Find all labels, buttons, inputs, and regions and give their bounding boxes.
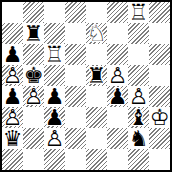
white-rook: ♜♖ (128, 2, 149, 23)
square-f3[interactable] (107, 107, 128, 128)
black-pawn: ♟♟ (2, 86, 23, 107)
piece-glyph: ♙ (128, 86, 149, 107)
square-e7[interactable]: ♞♘ (86, 23, 107, 44)
piece-halo: ♞ (86, 23, 107, 44)
square-a7[interactable] (2, 23, 23, 44)
square-c3[interactable]: ♟♟ (44, 107, 65, 128)
square-a1[interactable] (2, 149, 23, 170)
square-g1[interactable] (128, 149, 149, 170)
black-rook: ♜♜ (23, 23, 44, 44)
square-e8[interactable] (86, 2, 107, 23)
white-pawn: ♟♙ (44, 128, 65, 149)
square-f7[interactable] (107, 23, 128, 44)
square-g4[interactable]: ♟♙ (128, 86, 149, 107)
piece-glyph: ♜ (23, 23, 44, 44)
square-b2[interactable] (23, 128, 44, 149)
square-h4[interactable] (149, 86, 170, 107)
square-d4[interactable] (65, 86, 86, 107)
piece-glyph: ♖ (128, 2, 149, 23)
piece-glyph: ♖ (44, 44, 65, 65)
square-g6[interactable] (128, 44, 149, 65)
square-g8[interactable]: ♜♖ (128, 2, 149, 23)
square-f1[interactable] (107, 149, 128, 170)
piece-glyph: ♙ (107, 65, 128, 86)
piece-halo: ♟ (44, 128, 65, 149)
square-d8[interactable] (65, 2, 86, 23)
piece-glyph: ♟ (2, 86, 23, 107)
square-e1[interactable] (86, 149, 107, 170)
white-pawn: ♟♙ (128, 86, 149, 107)
piece-halo: ♟ (2, 86, 23, 107)
piece-glyph: ♞ (128, 128, 149, 149)
square-g2[interactable]: ♞♞ (128, 128, 149, 149)
square-h7[interactable] (149, 23, 170, 44)
piece-halo: ♜ (128, 2, 149, 23)
piece-glyph: ♝ (128, 107, 149, 128)
white-pawn: ♟♙ (2, 65, 23, 86)
piece-halo: ♟ (44, 86, 65, 107)
piece-halo: ♟ (107, 65, 128, 86)
piece-glyph: ♔ (149, 107, 170, 128)
square-a3[interactable]: ♟♙ (2, 107, 23, 128)
square-e6[interactable] (86, 44, 107, 65)
black-queen: ♛♛ (2, 128, 23, 149)
piece-halo: ♚ (23, 65, 44, 86)
square-d6[interactable] (65, 44, 86, 65)
square-d7[interactable] (65, 23, 86, 44)
square-c6[interactable]: ♜♖ (44, 44, 65, 65)
black-pawn: ♟♟ (44, 107, 65, 128)
piece-halo: ♟ (44, 107, 65, 128)
square-f5[interactable]: ♟♙ (107, 65, 128, 86)
square-c4[interactable]: ♟♟ (44, 86, 65, 107)
piece-halo: ♟ (107, 86, 128, 107)
piece-halo: ♟ (2, 107, 23, 128)
square-g7[interactable] (128, 23, 149, 44)
square-e4[interactable] (86, 86, 107, 107)
square-e5[interactable]: ♜♜ (86, 65, 107, 86)
piece-halo: ♟ (2, 44, 23, 65)
square-b8[interactable] (23, 2, 44, 23)
white-king: ♚♔ (149, 107, 170, 128)
square-h8[interactable] (149, 2, 170, 23)
chess-board: ♜♖♜♜♞♘♟♟♜♖♟♙♚♚♜♜♟♙♟♟♟♙♟♟♟♟♟♙♟♙♟♟♝♝♚♔♛♛♟♙… (0, 0, 172, 172)
piece-glyph: ♙ (2, 65, 23, 86)
square-g3[interactable]: ♝♝ (128, 107, 149, 128)
square-h5[interactable] (149, 65, 170, 86)
square-c1[interactable] (44, 149, 65, 170)
square-d2[interactable] (65, 128, 86, 149)
black-king: ♚♚ (23, 65, 44, 86)
piece-glyph: ♟ (44, 107, 65, 128)
piece-halo: ♚ (149, 107, 170, 128)
white-rook: ♜♖ (44, 44, 65, 65)
piece-glyph: ♙ (23, 86, 44, 107)
square-b6[interactable] (23, 44, 44, 65)
piece-halo: ♜ (23, 23, 44, 44)
square-c8[interactable] (44, 2, 65, 23)
square-h2[interactable] (149, 128, 170, 149)
square-h6[interactable] (149, 44, 170, 65)
piece-glyph: ♟ (107, 86, 128, 107)
piece-halo: ♛ (2, 128, 23, 149)
piece-halo: ♟ (23, 86, 44, 107)
square-c7[interactable] (44, 23, 65, 44)
piece-halo: ♟ (2, 65, 23, 86)
square-f4[interactable]: ♟♟ (107, 86, 128, 107)
square-b5[interactable]: ♚♚ (23, 65, 44, 86)
square-b7[interactable]: ♜♜ (23, 23, 44, 44)
piece-glyph: ♘ (86, 23, 107, 44)
black-knight: ♞♞ (128, 128, 149, 149)
square-a6[interactable]: ♟♟ (2, 44, 23, 65)
square-f2[interactable] (107, 128, 128, 149)
square-d1[interactable] (65, 149, 86, 170)
white-knight: ♞♘ (86, 23, 107, 44)
square-c5[interactable] (44, 65, 65, 86)
black-pawn: ♟♟ (107, 86, 128, 107)
square-c2[interactable]: ♟♙ (44, 128, 65, 149)
black-bishop: ♝♝ (128, 107, 149, 128)
square-a2[interactable]: ♛♛ (2, 128, 23, 149)
square-d5[interactable] (65, 65, 86, 86)
piece-halo: ♜ (44, 44, 65, 65)
square-e2[interactable] (86, 128, 107, 149)
piece-glyph: ♜ (86, 65, 107, 86)
piece-glyph: ♟ (44, 86, 65, 107)
square-a8[interactable] (2, 2, 23, 23)
square-d3[interactable] (65, 107, 86, 128)
square-g5[interactable] (128, 65, 149, 86)
piece-glyph: ♟ (2, 44, 23, 65)
square-h1[interactable] (149, 149, 170, 170)
square-e3[interactable] (86, 107, 107, 128)
square-f6[interactable] (107, 44, 128, 65)
white-pawn: ♟♙ (23, 86, 44, 107)
white-pawn: ♟♙ (2, 107, 23, 128)
black-rook: ♜♜ (86, 65, 107, 86)
black-pawn: ♟♟ (2, 44, 23, 65)
piece-glyph: ♙ (2, 107, 23, 128)
piece-halo: ♟ (128, 86, 149, 107)
square-b4[interactable]: ♟♙ (23, 86, 44, 107)
piece-halo: ♝ (128, 107, 149, 128)
piece-glyph: ♛ (2, 128, 23, 149)
piece-glyph: ♚ (23, 65, 44, 86)
black-pawn: ♟♟ (44, 86, 65, 107)
square-h3[interactable]: ♚♔ (149, 107, 170, 128)
square-a4[interactable]: ♟♟ (2, 86, 23, 107)
white-pawn: ♟♙ (107, 65, 128, 86)
piece-halo: ♞ (128, 128, 149, 149)
square-a5[interactable]: ♟♙ (2, 65, 23, 86)
piece-halo: ♜ (86, 65, 107, 86)
piece-glyph: ♙ (44, 128, 65, 149)
square-b1[interactable] (23, 149, 44, 170)
square-f8[interactable] (107, 2, 128, 23)
square-b3[interactable] (23, 107, 44, 128)
